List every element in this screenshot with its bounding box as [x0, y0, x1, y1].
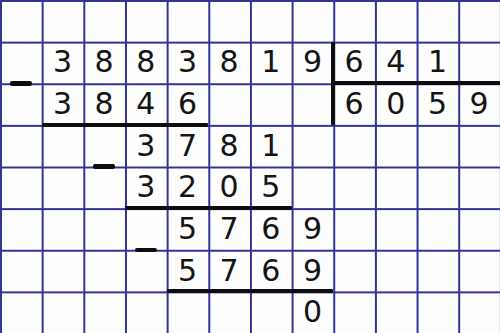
digit-cell: 3 — [42, 42, 84, 84]
underline-3846 — [42, 123, 209, 127]
minus-sign-step3 — [135, 248, 157, 253]
digit-cell: 5 — [250, 167, 292, 209]
digit-cell: 1 — [250, 42, 292, 84]
digit-cell: 5 — [167, 250, 209, 292]
digit-cell: 3 — [125, 167, 167, 209]
digit-cell: 4 — [375, 42, 417, 84]
digit-cell: 7 — [208, 250, 250, 292]
minus-sign-step2 — [93, 164, 115, 169]
digit-cell: 8 — [83, 83, 125, 125]
digit-cell: 7 — [167, 125, 209, 167]
digit-cell: 8 — [208, 42, 250, 84]
digit-cell: 0 — [375, 83, 417, 125]
digit-cell: 6 — [333, 42, 375, 84]
graph-paper: 38838196413846605937813205576957690 — [0, 0, 500, 333]
digit-cell: 8 — [208, 125, 250, 167]
digit-cell: 9 — [458, 83, 500, 125]
digit-cell: 6 — [167, 83, 209, 125]
digit-cell: 0 — [208, 167, 250, 209]
minus-sign-step1 — [10, 81, 32, 86]
digit-cell: 9 — [292, 208, 334, 250]
digit-cell: 4 — [125, 83, 167, 125]
digit-cell: 2 — [167, 167, 209, 209]
digit-cell: 6 — [250, 250, 292, 292]
digit-cell: 5 — [167, 208, 209, 250]
digit-cell: 6 — [250, 208, 292, 250]
digit-cell: 1 — [417, 42, 459, 84]
digit-cell: 3 — [167, 42, 209, 84]
divisor-quotient-separator — [333, 81, 500, 85]
digit-cell: 1 — [250, 125, 292, 167]
digit-cell: 9 — [292, 42, 334, 84]
digit-cell: 5 — [417, 83, 459, 125]
digit-cell: 6 — [333, 83, 375, 125]
underline-3205 — [125, 206, 292, 210]
digit-cell: 8 — [83, 42, 125, 84]
underline-5769 — [167, 289, 334, 293]
digit-cell: 7 — [208, 208, 250, 250]
digit-cell: 9 — [292, 250, 334, 292]
digit-cell: 3 — [42, 83, 84, 125]
digit-cell: 3 — [125, 125, 167, 167]
digit-cell: 0 — [292, 291, 334, 333]
digit-cell: 8 — [125, 42, 167, 84]
